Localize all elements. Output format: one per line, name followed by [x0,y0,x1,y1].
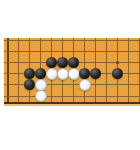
black-stone [112,68,123,79]
white-stone [35,90,47,102]
grid-line-vertical [128,38,129,102]
go-board[interactable] [4,38,140,104]
black-stone [35,68,46,79]
black-stone [90,68,101,79]
grid-line-horizontal [4,96,140,97]
grid-line-vertical [106,38,107,102]
white-stone [46,68,58,80]
grid-line-horizontal [4,40,140,41]
board-bottom-face [4,104,140,106]
black-stone [24,68,35,79]
grid-line-vertical [7,38,9,102]
white-stone [35,79,47,91]
black-stone [68,57,79,68]
black-stone [46,57,57,68]
white-stone [68,68,80,80]
star-point [116,61,119,64]
black-stone [57,57,68,68]
grid-line-vertical [139,38,140,102]
grid-line-horizontal [4,51,140,52]
black-stone [79,68,90,79]
white-stone [57,68,69,80]
black-stone [24,79,35,90]
screenshot-root: { "game": "go", "scene": "partial overhe… [0,0,140,150]
white-stone [79,79,91,91]
grid-line-vertical [18,38,19,102]
